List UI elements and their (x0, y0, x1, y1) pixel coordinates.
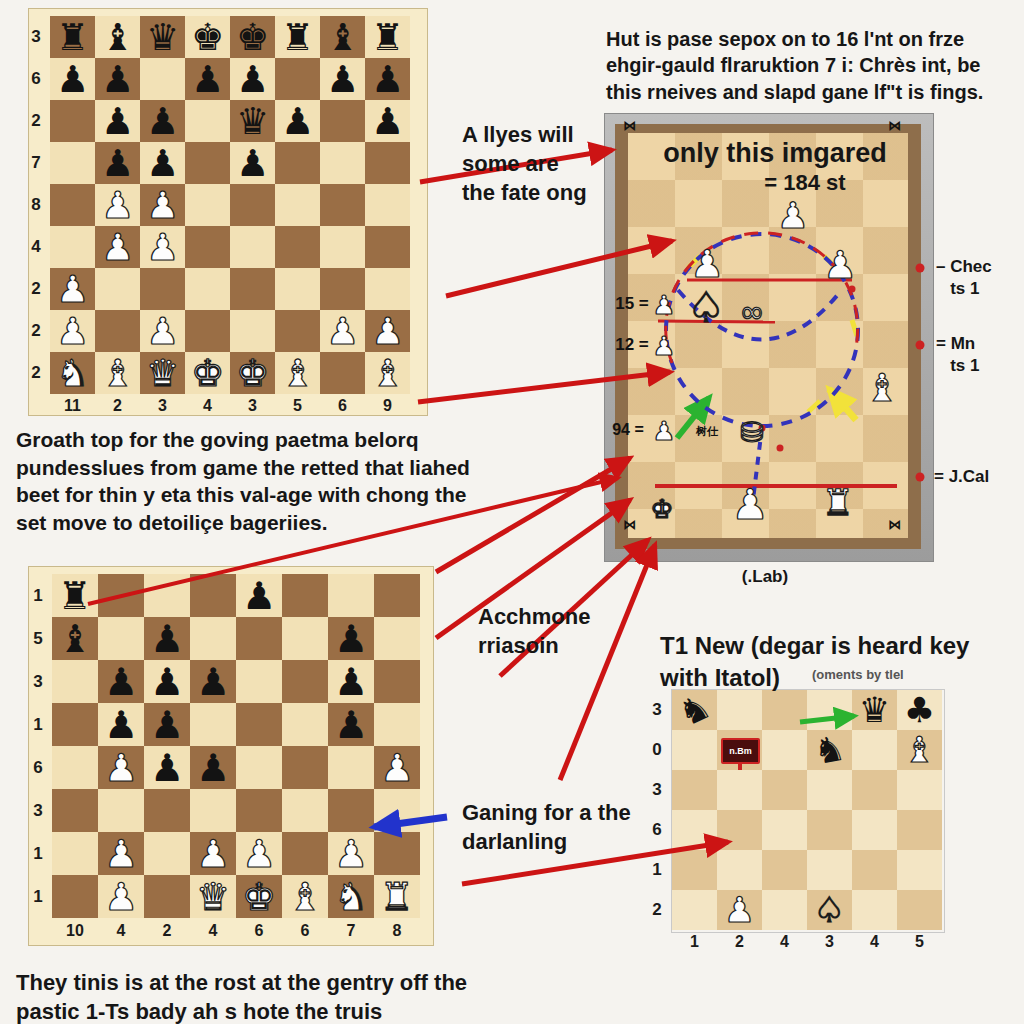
white-rook: ♜ (802, 467, 874, 539)
small-white-piece: ♚ (636, 483, 688, 535)
rounded-piece: ⛁ (724, 405, 780, 461)
white-pawn: ♟ (708, 463, 792, 547)
corner-mark: ⋈ (617, 511, 643, 537)
legend-pawn: ♟ (638, 320, 690, 372)
collage-canvas: 362784222112343569♜♝♛♚♚♜♝♜♟♟♟♟♟♟♟♟♛♟♟♟♟♟… (0, 0, 1024, 1024)
white-pawn: ♟ (802, 227, 878, 303)
corner-mark: ⋈ (882, 511, 908, 537)
corner-mark: ⋈ (617, 112, 643, 138)
tiny-glyphs: 树仕 (696, 420, 718, 442)
white-bishop: ♝ (844, 350, 920, 426)
corner-mark: ⋈ (882, 112, 908, 138)
legend-pawn: ♟ (638, 405, 690, 457)
glasses-piece: ∞ (722, 282, 782, 342)
overlay-layer: ♟♟♟♤∞15 =♟12 =♟94 =♟树仕⛁♝♚♟♜⋈⋈⋈⋈ (0, 0, 1024, 1024)
